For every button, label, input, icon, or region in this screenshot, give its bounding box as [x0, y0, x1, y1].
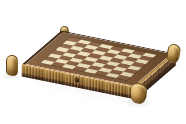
brass-foot-left: [6, 55, 18, 76]
brass-foot-front: [130, 83, 147, 104]
chessboard-product-photo: [0, 0, 186, 124]
board-square: [116, 75, 131, 80]
latch-knob: [75, 77, 79, 83]
